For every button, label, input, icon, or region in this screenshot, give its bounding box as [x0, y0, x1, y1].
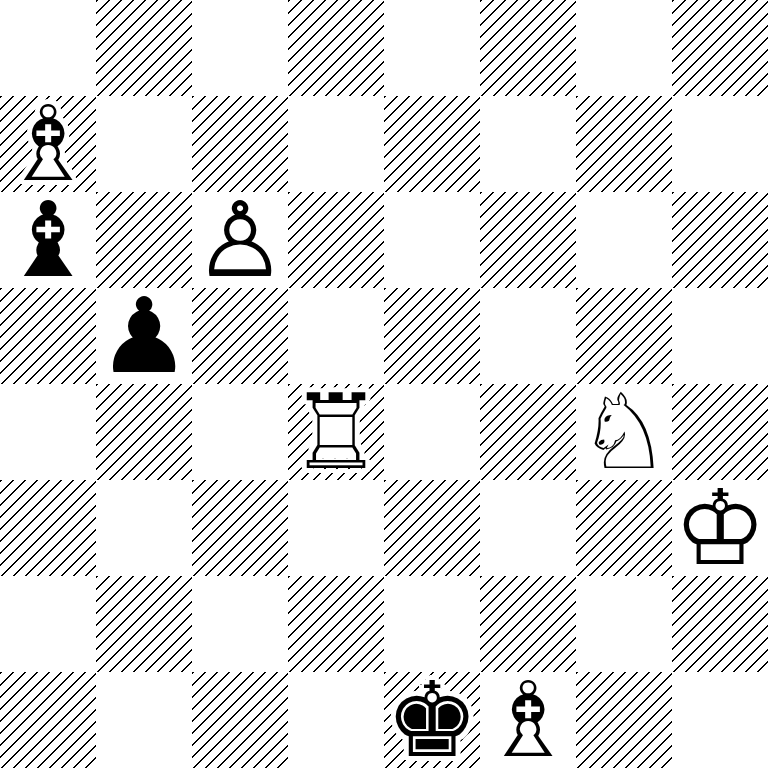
- square-b3[interactable]: [96, 480, 192, 576]
- piece-white-rook[interactable]: ♜♖: [288, 384, 384, 480]
- square-h1[interactable]: [672, 672, 768, 768]
- square-b1[interactable]: [96, 672, 192, 768]
- piece-black-pawn[interactable]: ♟♟: [96, 288, 192, 384]
- piece-white-pawn[interactable]: ♟♙: [192, 192, 288, 288]
- square-d3[interactable]: [288, 480, 384, 576]
- piece-white-king[interactable]: ♚♔: [672, 480, 768, 576]
- square-b8[interactable]: [96, 0, 192, 96]
- black-pawn-glyph: ♟: [96, 288, 192, 384]
- square-d1[interactable]: [288, 672, 384, 768]
- square-a3[interactable]: [0, 480, 96, 576]
- square-e4[interactable]: [384, 384, 480, 480]
- white-pawn-glyph: ♙: [192, 192, 288, 288]
- black-bishop-glyph: ♝: [0, 192, 96, 288]
- piece-white-knight[interactable]: ♞♘: [576, 384, 672, 480]
- square-f2[interactable]: [480, 576, 576, 672]
- square-a8[interactable]: [0, 0, 96, 96]
- square-e5[interactable]: [384, 288, 480, 384]
- square-d6[interactable]: [288, 192, 384, 288]
- white-bishop-glyph: ♗: [0, 96, 96, 192]
- square-b6[interactable]: [96, 192, 192, 288]
- square-g4[interactable]: ♞♘: [576, 384, 672, 480]
- square-b7[interactable]: [96, 96, 192, 192]
- square-f7[interactable]: [480, 96, 576, 192]
- square-h4[interactable]: [672, 384, 768, 480]
- square-f8[interactable]: [480, 0, 576, 96]
- square-c8[interactable]: [192, 0, 288, 96]
- square-e7[interactable]: [384, 96, 480, 192]
- square-c4[interactable]: [192, 384, 288, 480]
- square-e2[interactable]: [384, 576, 480, 672]
- square-a2[interactable]: [0, 576, 96, 672]
- piece-black-king[interactable]: ♚♚: [384, 672, 480, 768]
- square-d8[interactable]: [288, 0, 384, 96]
- square-g7[interactable]: [576, 96, 672, 192]
- square-c5[interactable]: [192, 288, 288, 384]
- square-h7[interactable]: [672, 96, 768, 192]
- square-h8[interactable]: [672, 0, 768, 96]
- white-knight-glyph: ♘: [576, 384, 672, 480]
- piece-white-bishop[interactable]: ♝♗: [0, 96, 96, 192]
- square-e6[interactable]: [384, 192, 480, 288]
- square-f5[interactable]: [480, 288, 576, 384]
- square-a1[interactable]: [0, 672, 96, 768]
- piece-white-bishop[interactable]: ♝♗: [480, 672, 576, 768]
- white-rook-glyph: ♖: [288, 384, 384, 480]
- square-f3[interactable]: [480, 480, 576, 576]
- square-h5[interactable]: [672, 288, 768, 384]
- square-f1[interactable]: ♝♗: [480, 672, 576, 768]
- white-king-glyph: ♔: [672, 480, 768, 576]
- black-king-glyph: ♚: [384, 672, 480, 768]
- square-b2[interactable]: [96, 576, 192, 672]
- square-g5[interactable]: [576, 288, 672, 384]
- piece-black-bishop[interactable]: ♝♝: [0, 192, 96, 288]
- square-h2[interactable]: [672, 576, 768, 672]
- square-c2[interactable]: [192, 576, 288, 672]
- chess-board: ♝♗♝♝♟♙♟♟♜♖♞♘♚♔♚♚♝♗: [0, 0, 768, 768]
- white-bishop-glyph: ♗: [480, 672, 576, 768]
- square-g6[interactable]: [576, 192, 672, 288]
- square-c7[interactable]: [192, 96, 288, 192]
- square-c6[interactable]: ♟♙: [192, 192, 288, 288]
- square-f4[interactable]: [480, 384, 576, 480]
- square-a7[interactable]: ♝♗: [0, 96, 96, 192]
- square-e1[interactable]: ♚♚: [384, 672, 480, 768]
- square-g8[interactable]: [576, 0, 672, 96]
- square-b4[interactable]: [96, 384, 192, 480]
- square-g2[interactable]: [576, 576, 672, 672]
- square-a4[interactable]: [0, 384, 96, 480]
- square-h6[interactable]: [672, 192, 768, 288]
- square-d7[interactable]: [288, 96, 384, 192]
- square-e8[interactable]: [384, 0, 480, 96]
- square-b5[interactable]: ♟♟: [96, 288, 192, 384]
- square-g1[interactable]: [576, 672, 672, 768]
- square-e3[interactable]: [384, 480, 480, 576]
- square-a5[interactable]: [0, 288, 96, 384]
- square-d2[interactable]: [288, 576, 384, 672]
- square-d4[interactable]: ♜♖: [288, 384, 384, 480]
- square-a6[interactable]: ♝♝: [0, 192, 96, 288]
- square-d5[interactable]: [288, 288, 384, 384]
- square-c1[interactable]: [192, 672, 288, 768]
- square-c3[interactable]: [192, 480, 288, 576]
- square-f6[interactable]: [480, 192, 576, 288]
- square-h3[interactable]: ♚♔: [672, 480, 768, 576]
- square-g3[interactable]: [576, 480, 672, 576]
